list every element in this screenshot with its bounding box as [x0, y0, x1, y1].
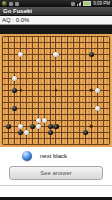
bottom-panel: next black See answer — [0, 147, 112, 200]
white-stone — [36, 118, 41, 123]
spacer-strip — [0, 25, 112, 34]
turn-indicator: next black — [0, 147, 112, 165]
score-text: AQ : 0.0% — [2, 16, 29, 24]
black-stone — [12, 106, 17, 111]
board-point[interactable] — [47, 123, 53, 129]
usb-icon — [15, 2, 19, 6]
go-board[interactable] — [0, 34, 112, 148]
black-stone — [48, 130, 53, 135]
black-stone — [6, 124, 11, 129]
blue-sphere-icon — [22, 151, 32, 161]
black-stone — [89, 52, 94, 57]
board-point[interactable] — [47, 129, 53, 135]
vibrate-icon — [71, 2, 75, 6]
app-title: Go Fuseki — [3, 7, 32, 15]
battery-icon — [83, 1, 91, 7]
white-stone — [18, 124, 23, 129]
black-stone — [12, 88, 17, 93]
white-stone — [12, 76, 17, 81]
white-stone — [95, 88, 100, 93]
white-stone — [95, 106, 100, 111]
star-point — [90, 89, 93, 92]
white-stone — [42, 118, 47, 123]
black-stone — [30, 124, 35, 129]
black-stone — [53, 124, 58, 129]
divider — [0, 185, 112, 186]
white-stone — [24, 130, 29, 135]
board-grid[interactable] — [0, 34, 112, 147]
star-point — [55, 89, 58, 92]
white-stone — [53, 52, 58, 57]
turn-label: next black — [40, 153, 67, 159]
star-point — [19, 89, 22, 92]
see-answer-button[interactable]: See answer — [9, 166, 103, 180]
black-stone — [83, 130, 88, 135]
notification-icon — [9, 2, 13, 6]
screen-bottom-edge — [0, 197, 112, 200]
black-stone — [18, 130, 23, 135]
star-point — [90, 125, 93, 128]
board-point[interactable] — [53, 123, 59, 129]
status-bar: 9:09 PM — [0, 0, 112, 7]
white-stone — [36, 124, 41, 129]
black-stone — [48, 124, 53, 129]
stats-bar: AQ : 0.0% — [0, 16, 112, 25]
app-icon — [2, 1, 7, 6]
white-stone — [18, 52, 23, 57]
title-bar: Go Fuseki — [0, 7, 112, 16]
clock-text: 9:09 PM — [93, 0, 110, 7]
signal-icon — [77, 2, 81, 6]
